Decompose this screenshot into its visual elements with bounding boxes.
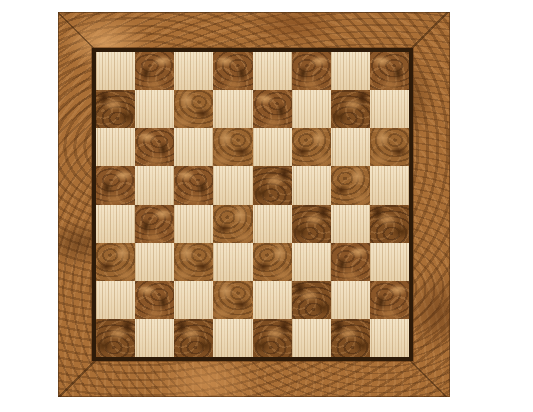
square-c3[interactable] xyxy=(174,243,213,281)
square-f3[interactable] xyxy=(292,243,331,281)
square-a1[interactable] xyxy=(96,319,135,357)
frame-miter-seam-top-left xyxy=(58,12,96,51)
square-g2[interactable] xyxy=(331,281,370,319)
square-b6[interactable] xyxy=(135,128,174,166)
square-d6[interactable] xyxy=(213,128,252,166)
square-c7[interactable] xyxy=(174,90,213,128)
square-c1[interactable] xyxy=(174,319,213,357)
square-c4[interactable] xyxy=(174,205,213,243)
square-e7[interactable] xyxy=(253,90,292,128)
square-e4[interactable] xyxy=(253,205,292,243)
square-e6[interactable] xyxy=(253,128,292,166)
square-g5[interactable] xyxy=(331,166,370,204)
square-b8[interactable] xyxy=(135,52,174,90)
square-e2[interactable] xyxy=(253,281,292,319)
square-b5[interactable] xyxy=(135,166,174,204)
square-d2[interactable] xyxy=(213,281,252,319)
playing-area xyxy=(92,48,413,361)
square-g6[interactable] xyxy=(331,128,370,166)
square-h8[interactable] xyxy=(370,52,409,90)
square-c2[interactable] xyxy=(174,281,213,319)
square-h5[interactable] xyxy=(370,166,409,204)
square-b1[interactable] xyxy=(135,319,174,357)
square-f1[interactable] xyxy=(292,319,331,357)
square-f4[interactable] xyxy=(292,205,331,243)
square-d3[interactable] xyxy=(213,243,252,281)
square-e5[interactable] xyxy=(253,166,292,204)
square-e3[interactable] xyxy=(253,243,292,281)
square-d8[interactable] xyxy=(213,52,252,90)
square-d5[interactable] xyxy=(213,166,252,204)
square-f5[interactable] xyxy=(292,166,331,204)
square-d7[interactable] xyxy=(213,90,252,128)
square-b2[interactable] xyxy=(135,281,174,319)
square-g8[interactable] xyxy=(331,52,370,90)
square-g7[interactable] xyxy=(331,90,370,128)
square-e1[interactable] xyxy=(253,319,292,357)
square-b3[interactable] xyxy=(135,243,174,281)
square-f2[interactable] xyxy=(292,281,331,319)
square-f7[interactable] xyxy=(292,90,331,128)
square-b4[interactable] xyxy=(135,205,174,243)
square-d1[interactable] xyxy=(213,319,252,357)
frame-miter-seam-bottom-right xyxy=(407,361,450,397)
square-d4[interactable] xyxy=(213,205,252,243)
square-h4[interactable] xyxy=(370,205,409,243)
square-c5[interactable] xyxy=(174,166,213,204)
square-h6[interactable] xyxy=(370,128,409,166)
square-a8[interactable] xyxy=(96,52,135,90)
square-c8[interactable] xyxy=(174,52,213,90)
square-c6[interactable] xyxy=(174,128,213,166)
square-f6[interactable] xyxy=(292,128,331,166)
square-f8[interactable] xyxy=(292,52,331,90)
square-e8[interactable] xyxy=(253,52,292,90)
square-h1[interactable] xyxy=(370,319,409,357)
square-b7[interactable] xyxy=(135,90,174,128)
square-h2[interactable] xyxy=(370,281,409,319)
square-a4[interactable] xyxy=(96,205,135,243)
square-g1[interactable] xyxy=(331,319,370,357)
square-a7[interactable] xyxy=(96,90,135,128)
frame-miter-seam-top-right xyxy=(407,12,450,51)
product-photo-background xyxy=(0,0,533,412)
square-a3[interactable] xyxy=(96,243,135,281)
square-h7[interactable] xyxy=(370,90,409,128)
square-g4[interactable] xyxy=(331,205,370,243)
square-a5[interactable] xyxy=(96,166,135,204)
square-g3[interactable] xyxy=(331,243,370,281)
chess-board xyxy=(58,12,450,397)
square-a6[interactable] xyxy=(96,128,135,166)
square-a2[interactable] xyxy=(96,281,135,319)
frame-miter-seam-bottom-left xyxy=(58,361,96,397)
square-h3[interactable] xyxy=(370,243,409,281)
